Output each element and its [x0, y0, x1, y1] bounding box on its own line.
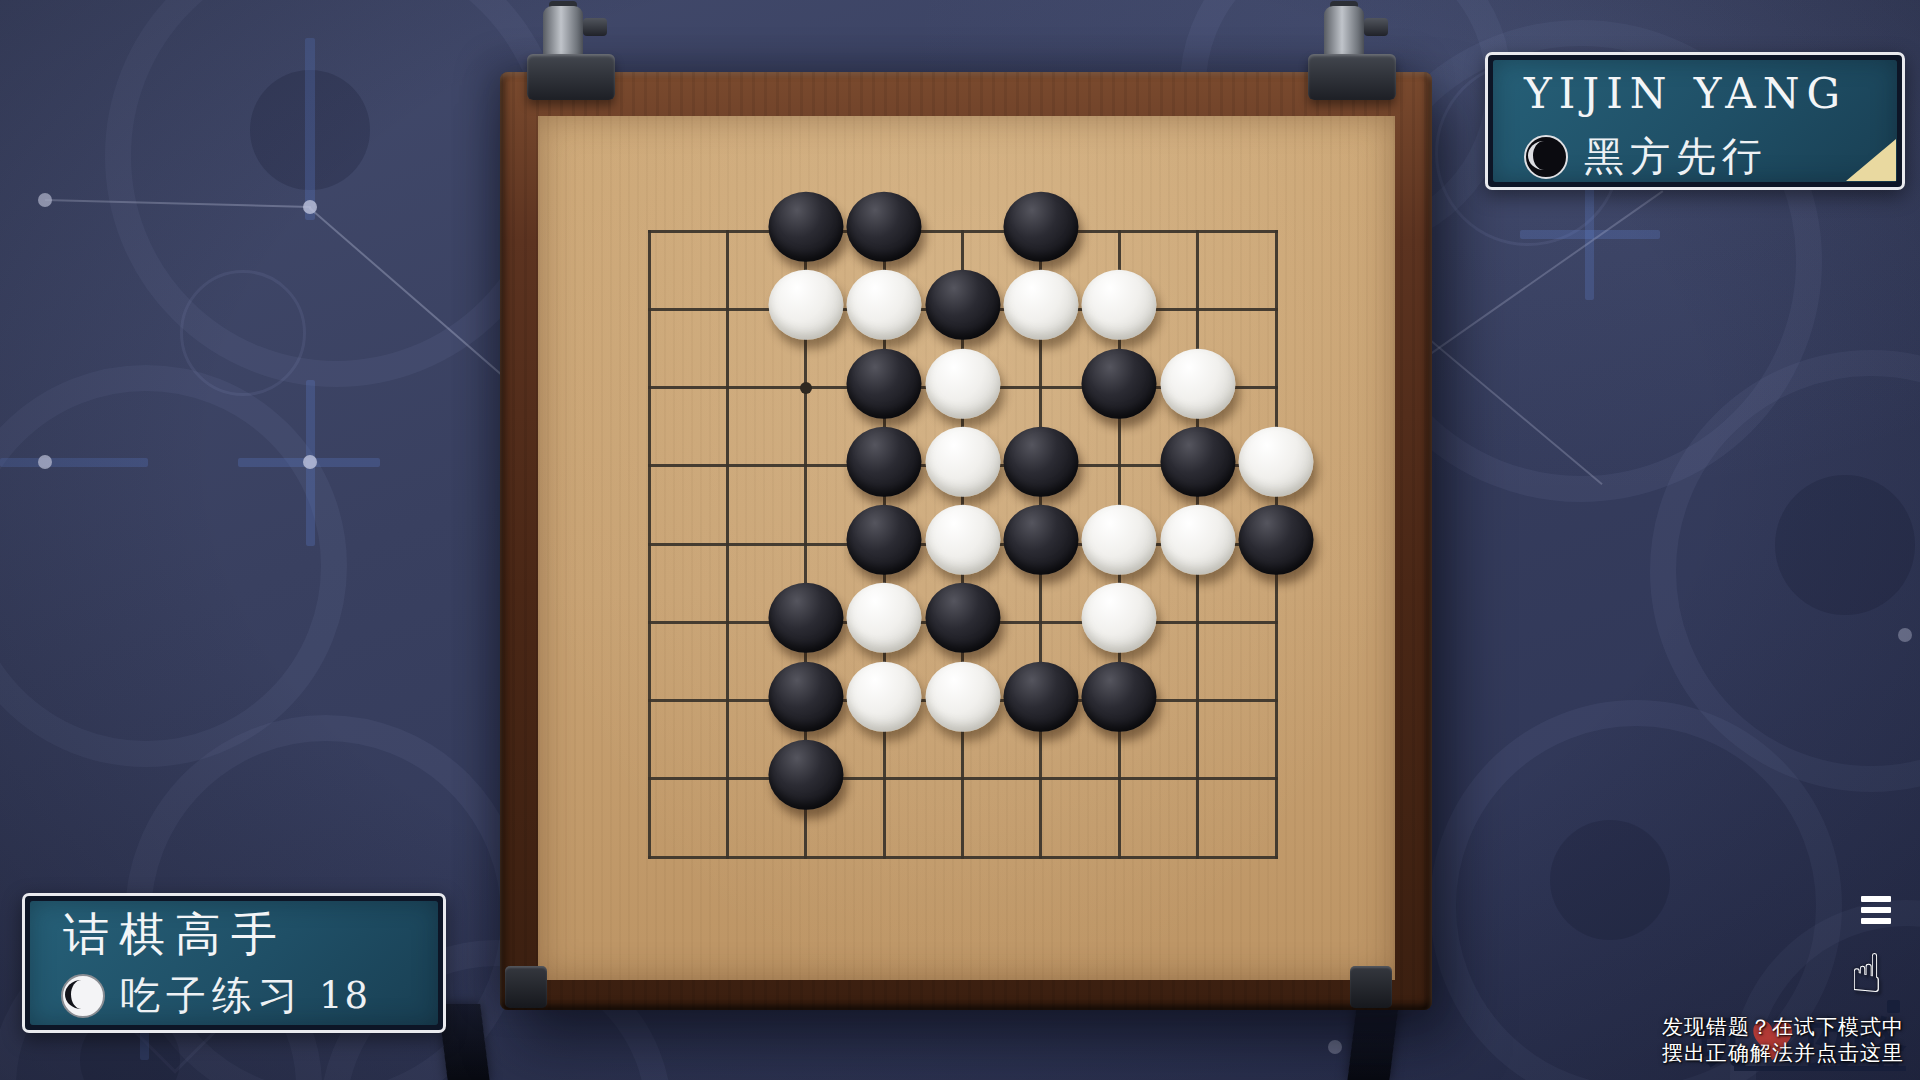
stone-black-C3 — [768, 661, 843, 731]
stone-black-F3 — [1003, 661, 1078, 731]
stone-black-G7 — [1082, 348, 1157, 418]
puzzle-panel: 诘棋高手 吃子练习 18 — [22, 893, 446, 1033]
go-board-surface — [538, 116, 1395, 980]
stone-white-E6 — [925, 427, 1000, 497]
stone-black-F9 — [1003, 192, 1078, 262]
stone-white-E3 — [925, 661, 1000, 731]
stone-white-F8 — [1003, 270, 1078, 340]
stone-black-J5 — [1239, 505, 1314, 575]
stone-white-H5 — [1160, 505, 1235, 575]
stone-black-F5 — [1003, 505, 1078, 575]
board-clamp-left — [527, 4, 615, 102]
stone-black-C9 — [768, 192, 843, 262]
board-clamp-foot-right — [1350, 966, 1392, 1008]
hint-text[interactable]: 发现错题？在试下模式中 摆出正确解法并点击这里 — [1662, 1014, 1904, 1066]
player-panel[interactable]: YIJIN YANG 黑方先行 — [1485, 52, 1905, 190]
turn-label: 黑方先行 — [1584, 129, 1768, 184]
grid-line-h — [648, 856, 1278, 859]
stone-black-E8 — [925, 270, 1000, 340]
stone-black-G3 — [1082, 661, 1157, 731]
stone-white-E5 — [925, 505, 1000, 575]
menu-bar-icon — [1861, 918, 1891, 924]
grid-line-h — [648, 777, 1278, 780]
hand-cursor-icon: ☝ — [1850, 942, 1883, 1005]
stone-black-F6 — [1003, 427, 1078, 497]
stone-white-G5 — [1082, 505, 1157, 575]
hint-line1: 发现错题？在试下模式中 — [1662, 1014, 1904, 1040]
hint-line2[interactable]: 摆出正确解法并点击这里 — [1662, 1040, 1904, 1066]
black-stone-icon — [1524, 135, 1568, 179]
stone-black-E4 — [925, 583, 1000, 653]
stone-white-J6 — [1239, 427, 1314, 497]
stone-white-G8 — [1082, 270, 1157, 340]
player-name: YIJIN YANG — [1524, 69, 1884, 118]
star-point — [800, 382, 812, 394]
stone-black-C2 — [768, 740, 843, 810]
board-clamp-right — [1308, 4, 1396, 102]
go-grid[interactable] — [649, 231, 1276, 857]
practice-label: 吃子练习 — [120, 968, 304, 1023]
menu-bar-icon — [1861, 896, 1891, 902]
stone-white-G4 — [1082, 583, 1157, 653]
stone-white-D4 — [847, 583, 922, 653]
panel-fold-corner[interactable] — [1846, 139, 1896, 181]
stone-black-D7 — [847, 348, 922, 418]
stone-white-E7 — [925, 348, 1000, 418]
go-board-frame — [500, 72, 1432, 1010]
stone-black-D9 — [847, 192, 922, 262]
stone-black-C4 — [768, 583, 843, 653]
stone-white-H7 — [1160, 348, 1235, 418]
stone-black-D5 — [847, 505, 922, 575]
stone-white-D3 — [847, 661, 922, 731]
menu-button[interactable] — [1861, 896, 1895, 930]
board-clamp-foot-left — [505, 966, 547, 1008]
white-stone-icon — [61, 974, 105, 1018]
stone-white-D8 — [847, 270, 922, 340]
app-screen: YIJIN YANG 黑方先行 诘棋高手 吃子练习 18 ☝ 玩♥攻略 发现错题… — [0, 0, 1920, 1080]
stone-black-H6 — [1160, 427, 1235, 497]
practice-number: 18 — [319, 974, 370, 1017]
stone-white-C8 — [768, 270, 843, 340]
puzzle-title: 诘棋高手 — [63, 904, 287, 966]
stone-black-D6 — [847, 427, 922, 497]
menu-bar-icon — [1861, 907, 1891, 913]
